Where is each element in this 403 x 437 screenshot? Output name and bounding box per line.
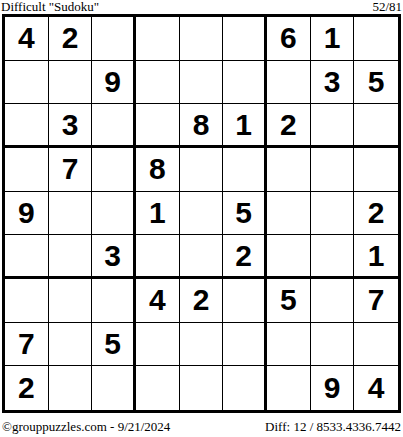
cell-r2c8: 3 xyxy=(311,61,355,105)
cell-r8c1: 7 xyxy=(5,323,49,367)
cell-r5c5[interactable] xyxy=(180,192,224,236)
cell-r3c4[interactable] xyxy=(136,104,180,148)
progress-counter: 52/81 xyxy=(372,0,402,14)
cell-r3c1[interactable] xyxy=(5,104,49,148)
cell-r8c6[interactable] xyxy=(223,323,267,367)
cell-r1c8: 1 xyxy=(311,17,355,61)
cell-r5c7[interactable] xyxy=(267,192,311,236)
cell-r4c7[interactable] xyxy=(267,148,311,192)
cell-r1c5[interactable] xyxy=(180,17,224,61)
cell-r6c4[interactable] xyxy=(136,235,180,279)
cell-r2c9: 5 xyxy=(354,61,398,105)
footer: ©grouppuzzles.com - 9/21/2024 Diff: 12 /… xyxy=(2,419,401,435)
cell-r7c9: 7 xyxy=(354,279,398,323)
cell-r9c7[interactable] xyxy=(267,366,311,410)
cell-r5c2[interactable] xyxy=(49,192,93,236)
cell-r6c6: 2 xyxy=(223,235,267,279)
cell-r4c1[interactable] xyxy=(5,148,49,192)
cell-r1c6[interactable] xyxy=(223,17,267,61)
cell-r7c5: 2 xyxy=(180,279,224,323)
cell-r1c3[interactable] xyxy=(92,17,136,61)
cell-r2c5[interactable] xyxy=(180,61,224,105)
cell-r7c1[interactable] xyxy=(5,279,49,323)
cell-r4c6[interactable] xyxy=(223,148,267,192)
cell-r5c3[interactable] xyxy=(92,192,136,236)
cell-r4c9[interactable] xyxy=(354,148,398,192)
cell-r1c9[interactable] xyxy=(354,17,398,61)
cell-r7c6[interactable] xyxy=(223,279,267,323)
cell-r8c4[interactable] xyxy=(136,323,180,367)
cell-r2c1[interactable] xyxy=(5,61,49,105)
cell-r7c8[interactable] xyxy=(311,279,355,323)
cell-r5c1: 9 xyxy=(5,192,49,236)
cell-r9c8: 9 xyxy=(311,366,355,410)
cell-r3c6: 1 xyxy=(223,104,267,148)
copyright-text: ©grouppuzzles.com - 9/21/2024 xyxy=(2,419,170,435)
cell-r3c2: 3 xyxy=(49,104,93,148)
cell-r8c5[interactable] xyxy=(180,323,224,367)
cell-r6c9: 1 xyxy=(354,235,398,279)
cell-r2c2[interactable] xyxy=(49,61,93,105)
cell-r6c7[interactable] xyxy=(267,235,311,279)
cell-r5c4: 1 xyxy=(136,192,180,236)
cell-r9c1: 2 xyxy=(5,366,49,410)
cell-r6c3: 3 xyxy=(92,235,136,279)
cell-r7c4: 4 xyxy=(136,279,180,323)
cell-r5c9: 2 xyxy=(354,192,398,236)
page-title: Difficult "Sudoku" xyxy=(1,0,99,14)
cell-r9c9: 4 xyxy=(354,366,398,410)
sudoku-page: Difficult "Sudoku" 52/81 426193538127891… xyxy=(0,0,403,437)
cell-r8c3: 5 xyxy=(92,323,136,367)
cell-r5c6: 5 xyxy=(223,192,267,236)
cell-r9c4[interactable] xyxy=(136,366,180,410)
cell-r1c7: 6 xyxy=(267,17,311,61)
cell-r3c7: 2 xyxy=(267,104,311,148)
cell-r6c1[interactable] xyxy=(5,235,49,279)
cell-r2c6[interactable] xyxy=(223,61,267,105)
cell-r3c3[interactable] xyxy=(92,104,136,148)
cell-r4c8[interactable] xyxy=(311,148,355,192)
cell-r3c5: 8 xyxy=(180,104,224,148)
cell-r5c8[interactable] xyxy=(311,192,355,236)
cell-r2c3: 9 xyxy=(92,61,136,105)
difficulty-text: Diff: 12 / 8533.4336.7442 xyxy=(265,419,401,435)
cell-r8c2[interactable] xyxy=(49,323,93,367)
cell-r7c2[interactable] xyxy=(49,279,93,323)
cell-r4c5[interactable] xyxy=(180,148,224,192)
cell-r3c9[interactable] xyxy=(354,104,398,148)
cell-r4c2: 7 xyxy=(49,148,93,192)
cell-r6c5[interactable] xyxy=(180,235,224,279)
cell-r4c3[interactable] xyxy=(92,148,136,192)
cell-r9c5[interactable] xyxy=(180,366,224,410)
cell-r7c7: 5 xyxy=(267,279,311,323)
cell-r2c7[interactable] xyxy=(267,61,311,105)
cell-r9c6[interactable] xyxy=(223,366,267,410)
cell-r8c8[interactable] xyxy=(311,323,355,367)
cell-r8c7[interactable] xyxy=(267,323,311,367)
cell-r6c2[interactable] xyxy=(49,235,93,279)
cell-r9c3[interactable] xyxy=(92,366,136,410)
cell-r1c4[interactable] xyxy=(136,17,180,61)
header: Difficult "Sudoku" 52/81 xyxy=(1,0,402,14)
cell-r4c4: 8 xyxy=(136,148,180,192)
cell-r1c1: 4 xyxy=(5,17,49,61)
cell-r8c9[interactable] xyxy=(354,323,398,367)
sudoku-board: 42619353812789152321425775294 xyxy=(2,14,401,413)
cell-r6c8[interactable] xyxy=(311,235,355,279)
cell-r9c2[interactable] xyxy=(49,366,93,410)
cell-r3c8[interactable] xyxy=(311,104,355,148)
cell-r2c4[interactable] xyxy=(136,61,180,105)
cell-r7c3[interactable] xyxy=(92,279,136,323)
cell-r1c2: 2 xyxy=(49,17,93,61)
